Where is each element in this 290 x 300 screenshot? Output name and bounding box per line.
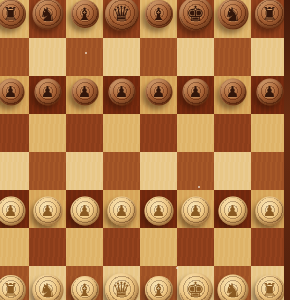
- square-a8[interactable]: ♜: [0, 0, 29, 38]
- wood-grain: [214, 114, 251, 152]
- square-g4[interactable]: [214, 152, 251, 190]
- wood-grain: [214, 228, 251, 266]
- square-d4[interactable]: [103, 152, 140, 190]
- queen-icon: ♛: [112, 4, 131, 25]
- wood-grain: [214, 38, 251, 76]
- square-a4[interactable]: [0, 152, 29, 190]
- square-g8[interactable]: ♞: [214, 0, 251, 38]
- piece-white-pawn-b3[interactable]: ♟: [33, 197, 62, 226]
- pawn-icon: ♟: [189, 85, 202, 100]
- piece-white-pawn-g3[interactable]: ♟: [218, 197, 247, 226]
- pawn-icon: ♟: [152, 204, 165, 219]
- square-g6[interactable]: ♟: [214, 76, 251, 114]
- square-g7[interactable]: [214, 38, 251, 76]
- square-a3[interactable]: ♟: [0, 190, 29, 228]
- wood-grain: [66, 114, 103, 152]
- piece-white-pawn-h3[interactable]: ♟: [255, 197, 284, 226]
- wood-grain: [140, 38, 177, 76]
- wood-grain: [177, 228, 214, 266]
- piece-black-rook-h8[interactable]: ♜: [255, 0, 285, 29]
- rook-icon: ♜: [2, 5, 18, 23]
- square-h8[interactable]: ♜: [251, 0, 288, 38]
- wood-grain: [66, 152, 103, 190]
- piece-black-pawn-d6[interactable]: ♟: [108, 79, 135, 106]
- pawn-icon: ♟: [263, 85, 276, 100]
- wood-grain: [29, 152, 66, 190]
- square-h3[interactable]: ♟: [251, 190, 288, 228]
- wood-grain: [140, 152, 177, 190]
- pawn-icon: ♟: [226, 85, 239, 100]
- square-a5[interactable]: [0, 114, 29, 152]
- rook-icon: ♜: [261, 5, 277, 23]
- square-e3[interactable]: ♟: [140, 190, 177, 228]
- square-h5[interactable]: [251, 114, 288, 152]
- piece-white-pawn-c3[interactable]: ♟: [70, 197, 99, 226]
- queen-icon: ♛: [112, 280, 131, 300]
- pawn-icon: ♟: [152, 85, 165, 100]
- piece-white-knight-g1[interactable]: ♞: [217, 275, 248, 300]
- square-c4[interactable]: [66, 152, 103, 190]
- wood-grain: [251, 152, 288, 190]
- square-h4[interactable]: [251, 152, 288, 190]
- piece-white-bishop-c1[interactable]: ♝: [71, 276, 99, 300]
- pawn-icon: ♟: [78, 85, 91, 100]
- square-b6[interactable]: ♟: [29, 76, 66, 114]
- chess-board-photo: ♜♞♝♛♝♚♞♜♟♟♟♟♟♟♟♟♟♟♟♟♟♟♟♟♜♞♝♛♝♚♞♜: [0, 0, 290, 300]
- pawn-icon: ♟: [78, 204, 91, 219]
- wood-grain: [251, 114, 288, 152]
- square-a6[interactable]: ♟: [0, 76, 29, 114]
- piece-white-rook-h1[interactable]: ♜: [255, 275, 285, 300]
- square-g3[interactable]: ♟: [214, 190, 251, 228]
- square-a7[interactable]: [0, 38, 29, 76]
- wood-grain: [29, 38, 66, 76]
- rook-icon: ♜: [2, 281, 18, 299]
- square-c8[interactable]: ♝: [66, 0, 103, 38]
- square-d7[interactable]: [103, 38, 140, 76]
- piece-black-knight-b8[interactable]: ♞: [32, 0, 63, 30]
- piece-white-pawn-f3[interactable]: ♟: [181, 197, 210, 226]
- square-b2[interactable]: [29, 228, 66, 266]
- square-c1[interactable]: ♝: [66, 266, 103, 300]
- square-f7[interactable]: [177, 38, 214, 76]
- square-b4[interactable]: [29, 152, 66, 190]
- king-icon: ♚: [186, 280, 205, 300]
- bishop-icon: ♝: [77, 6, 92, 23]
- wood-grain: [251, 38, 288, 76]
- square-d2[interactable]: [103, 228, 140, 266]
- piece-white-bishop-e1[interactable]: ♝: [145, 276, 173, 300]
- piece-black-knight-g8[interactable]: ♞: [217, 0, 248, 30]
- wood-grain: [103, 152, 140, 190]
- bishop-icon: ♝: [151, 6, 166, 23]
- square-d5[interactable]: [103, 114, 140, 152]
- square-d1[interactable]: ♛: [103, 266, 140, 300]
- pawn-icon: ♟: [115, 204, 128, 219]
- square-g1[interactable]: ♞: [214, 266, 251, 300]
- piece-black-rook-a8[interactable]: ♜: [0, 0, 26, 29]
- square-g5[interactable]: [214, 114, 251, 152]
- dust-speck: [85, 52, 87, 54]
- wood-grain: [177, 152, 214, 190]
- wood-grain: [214, 152, 251, 190]
- square-a1[interactable]: ♜: [0, 266, 29, 300]
- rook-icon: ♜: [261, 281, 277, 299]
- square-c7[interactable]: [66, 38, 103, 76]
- square-e2[interactable]: [140, 228, 177, 266]
- wood-grain: [140, 114, 177, 152]
- wood-grain: [66, 228, 103, 266]
- square-d8[interactable]: ♛: [103, 0, 140, 38]
- square-h2[interactable]: [251, 228, 288, 266]
- dust-speck: [198, 186, 200, 188]
- square-h6[interactable]: ♟: [251, 76, 288, 114]
- piece-white-rook-a1[interactable]: ♜: [0, 275, 26, 300]
- wood-grain: [177, 38, 214, 76]
- square-b1[interactable]: ♞: [29, 266, 66, 300]
- square-b7[interactable]: [29, 38, 66, 76]
- piece-white-pawn-d3[interactable]: ♟: [107, 197, 136, 226]
- piece-black-pawn-h6[interactable]: ♟: [256, 79, 283, 106]
- wood-grain: [0, 228, 29, 266]
- square-f8[interactable]: ♚: [177, 0, 214, 38]
- wood-grain: [29, 114, 66, 152]
- wood-grain: [0, 38, 29, 76]
- pawn-icon: ♟: [4, 85, 17, 100]
- piece-black-bishop-c8[interactable]: ♝: [71, 0, 99, 28]
- square-b8[interactable]: ♞: [29, 0, 66, 38]
- square-b3[interactable]: ♟: [29, 190, 66, 228]
- wood-grain: [0, 114, 29, 152]
- square-e6[interactable]: ♟: [140, 76, 177, 114]
- knight-icon: ♞: [224, 281, 241, 300]
- piece-black-bishop-e8[interactable]: ♝: [145, 0, 173, 28]
- piece-black-queen-d8[interactable]: ♛: [105, 0, 139, 31]
- piece-black-pawn-g6[interactable]: ♟: [219, 79, 246, 106]
- piece-white-queen-d1[interactable]: ♛: [105, 273, 139, 300]
- wood-grain: [177, 114, 214, 152]
- wood-grain: [103, 228, 140, 266]
- bishop-icon: ♝: [151, 282, 166, 299]
- chess-board: ♜♞♝♛♝♚♞♜♟♟♟♟♟♟♟♟♟♟♟♟♟♟♟♟♜♞♝♛♝♚♞♜: [0, 0, 288, 300]
- pawn-icon: ♟: [263, 204, 276, 219]
- piece-white-pawn-e3[interactable]: ♟: [144, 197, 173, 226]
- square-f5[interactable]: [177, 114, 214, 152]
- square-e5[interactable]: [140, 114, 177, 152]
- pawn-icon: ♟: [41, 204, 54, 219]
- piece-black-pawn-f6[interactable]: ♟: [182, 79, 209, 106]
- wood-grain: [0, 152, 29, 190]
- square-f2[interactable]: [177, 228, 214, 266]
- bishop-icon: ♝: [77, 282, 92, 299]
- square-f6[interactable]: ♟: [177, 76, 214, 114]
- square-f1[interactable]: ♚: [177, 266, 214, 300]
- square-e7[interactable]: [140, 38, 177, 76]
- square-e1[interactable]: ♝: [140, 266, 177, 300]
- square-d6[interactable]: ♟: [103, 76, 140, 114]
- dust-speck: [176, 267, 178, 269]
- square-g2[interactable]: [214, 228, 251, 266]
- square-f3[interactable]: ♟: [177, 190, 214, 228]
- piece-white-knight-b1[interactable]: ♞: [32, 275, 63, 300]
- wood-grain: [103, 114, 140, 152]
- piece-black-pawn-e6[interactable]: ♟: [145, 79, 172, 106]
- pawn-icon: ♟: [115, 85, 128, 100]
- piece-black-pawn-a6[interactable]: ♟: [0, 79, 24, 106]
- square-c2[interactable]: [66, 228, 103, 266]
- piece-black-pawn-b6[interactable]: ♟: [34, 79, 61, 106]
- square-e4[interactable]: [140, 152, 177, 190]
- piece-black-pawn-c6[interactable]: ♟: [71, 79, 98, 106]
- king-icon: ♚: [186, 4, 205, 25]
- knight-icon: ♞: [39, 5, 56, 24]
- square-d3[interactable]: ♟: [103, 190, 140, 228]
- knight-icon: ♞: [39, 281, 56, 300]
- square-f4[interactable]: [177, 152, 214, 190]
- pawn-icon: ♟: [41, 85, 54, 100]
- square-b5[interactable]: [29, 114, 66, 152]
- wood-grain: [29, 228, 66, 266]
- square-c3[interactable]: ♟: [66, 190, 103, 228]
- wood-grain: [140, 228, 177, 266]
- pawn-icon: ♟: [226, 204, 239, 219]
- square-a2[interactable]: [0, 228, 29, 266]
- board-frame-edge: [284, 0, 290, 300]
- square-h7[interactable]: [251, 38, 288, 76]
- square-e8[interactable]: ♝: [140, 0, 177, 38]
- piece-white-pawn-a3[interactable]: ♟: [0, 197, 25, 226]
- pawn-icon: ♟: [189, 204, 202, 219]
- pawn-icon: ♟: [4, 204, 17, 219]
- wood-grain: [251, 228, 288, 266]
- square-c6[interactable]: ♟: [66, 76, 103, 114]
- piece-white-king-f1[interactable]: ♚: [179, 273, 213, 300]
- knight-icon: ♞: [224, 5, 241, 24]
- wood-grain: [66, 38, 103, 76]
- wood-grain: [103, 38, 140, 76]
- square-h1[interactable]: ♜: [251, 266, 288, 300]
- piece-black-king-f8[interactable]: ♚: [179, 0, 213, 31]
- square-c5[interactable]: [66, 114, 103, 152]
